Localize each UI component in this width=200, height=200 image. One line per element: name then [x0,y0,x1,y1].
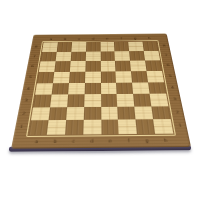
square-h3[interactable] [149,94,168,107]
square-c7[interactable] [70,51,85,61]
file-label: b [45,137,65,149]
chessboard-photo: abcdefgh abcdefgh 87654321 87654321 [0,0,200,200]
square-e5[interactable] [100,71,116,82]
file-label: f [113,34,127,41]
square-g1[interactable] [135,119,154,133]
square-f4[interactable] [116,82,133,94]
square-a3[interactable] [33,95,51,108]
board-grid [28,41,173,134]
square-f1[interactable] [118,120,137,134]
file-label: b [57,34,72,41]
square-c3[interactable] [66,94,83,107]
square-b2[interactable] [48,107,67,120]
square-c5[interactable] [68,71,84,82]
file-label: e [100,136,119,148]
square-e3[interactable] [100,94,117,107]
square-g3[interactable] [133,94,151,107]
square-g7[interactable] [129,51,145,61]
file-label: g [137,136,157,148]
square-d7[interactable] [85,51,100,61]
file-label: h [155,136,175,148]
square-d2[interactable] [83,107,100,120]
file-label: a [43,34,58,41]
square-b3[interactable] [49,94,67,107]
square-e4[interactable] [100,82,116,94]
square-g8[interactable] [128,42,143,51]
square-h1[interactable] [153,119,173,133]
board-boundary-line [25,40,175,137]
square-e8[interactable] [100,42,115,51]
square-h6[interactable] [145,60,162,71]
square-b6[interactable] [54,61,70,72]
square-a2[interactable] [30,107,49,121]
square-f8[interactable] [114,42,129,51]
square-a8[interactable] [42,42,58,51]
file-label: f [119,136,138,148]
square-a7[interactable] [40,52,56,62]
square-d3[interactable] [83,94,100,107]
square-f6[interactable] [115,61,131,72]
square-f5[interactable] [115,71,131,82]
square-c4[interactable] [67,83,84,95]
file-labels-bottom: abcdefgh [26,136,175,149]
square-b7[interactable] [55,51,71,61]
square-e7[interactable] [100,51,115,61]
square-d1[interactable] [82,120,100,134]
chessboard: abcdefgh abcdefgh 87654321 87654321 [11,33,191,148]
square-e6[interactable] [100,61,115,72]
square-h4[interactable] [148,82,166,94]
file-label: g [127,34,142,41]
square-a6[interactable] [38,61,55,72]
square-c2[interactable] [65,107,83,120]
file-label: h [141,34,156,41]
square-d8[interactable] [85,42,100,51]
square-f2[interactable] [117,106,135,119]
square-a4[interactable] [35,83,53,95]
square-h8[interactable] [142,41,158,50]
file-label: e [100,34,114,41]
square-f7[interactable] [114,51,129,61]
square-g4[interactable] [132,82,149,94]
file-label: a [26,137,46,149]
square-d5[interactable] [84,71,100,82]
square-g6[interactable] [130,61,146,72]
square-c6[interactable] [69,61,85,72]
square-b4[interactable] [51,83,68,95]
square-c1[interactable] [64,120,83,134]
square-a1[interactable] [28,120,48,134]
square-b1[interactable] [46,120,65,134]
square-h5[interactable] [146,71,163,82]
file-label: d [86,34,100,41]
square-b5[interactable] [52,72,69,83]
file-label: c [71,34,85,41]
square-h2[interactable] [151,106,170,119]
square-c8[interactable] [71,42,86,51]
square-g5[interactable] [131,71,148,82]
square-g2[interactable] [134,106,153,119]
square-e2[interactable] [100,106,118,119]
square-d4[interactable] [84,82,100,94]
square-d6[interactable] [85,61,100,72]
square-e1[interactable] [100,120,118,134]
square-f3[interactable] [116,94,134,107]
file-label: c [63,136,82,148]
square-a5[interactable] [37,72,54,83]
square-h7[interactable] [143,51,159,61]
square-b8[interactable] [56,42,71,51]
file-label: d [82,136,101,148]
